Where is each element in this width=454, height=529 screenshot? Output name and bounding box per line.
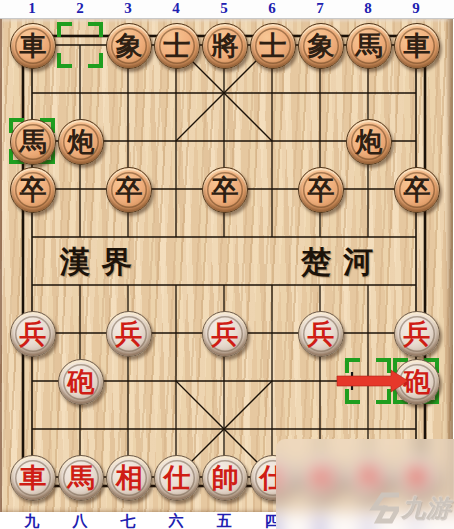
9game-logo-icon bbox=[369, 492, 399, 524]
9game-logo: 九游 bbox=[369, 492, 451, 524]
xiangqi-game-screen: 漢界 楚河 123456789 九八七六五四三二一 車象士將士象馬車馬炮炮卒卒卒… bbox=[0, 0, 454, 529]
9game-logo-text: 九游 bbox=[401, 492, 451, 524]
watermark-overlay: 九游 bbox=[276, 439, 454, 529]
